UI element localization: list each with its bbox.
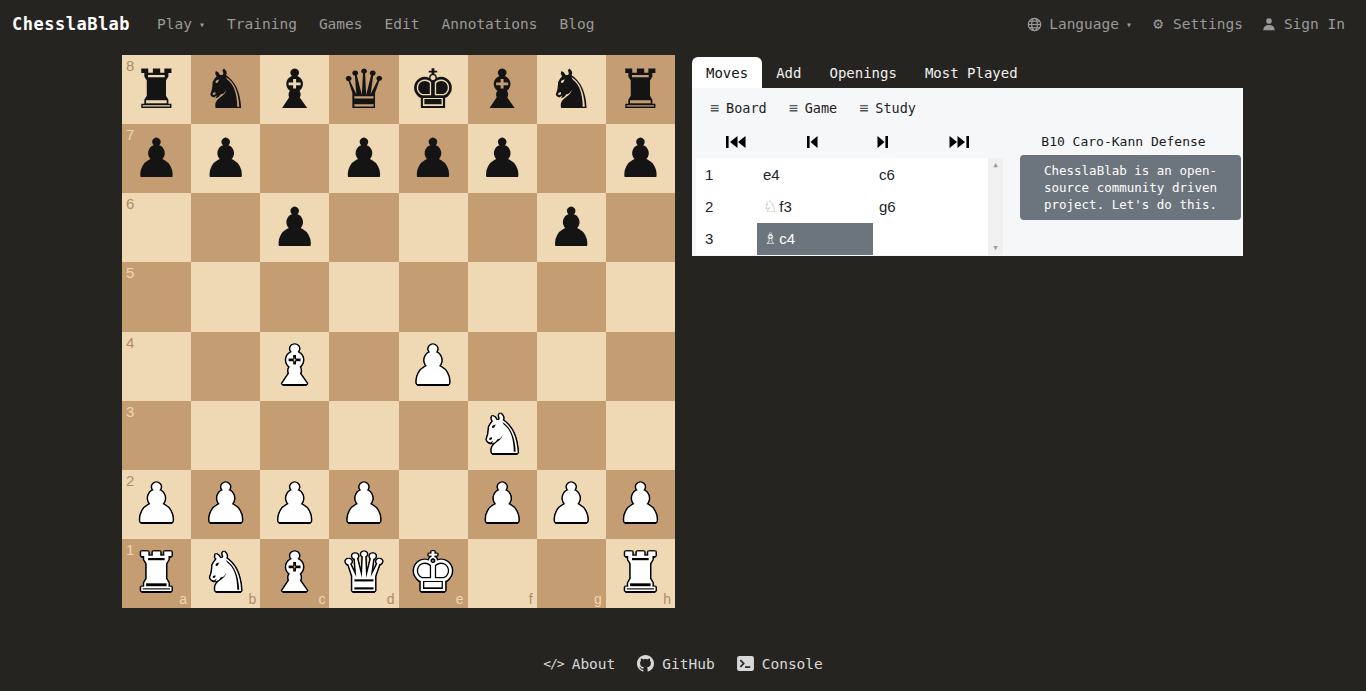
move-number: 1 — [696, 158, 757, 190]
panel-menus: ≡ Board ≡ Game ≡ Study — [710, 100, 916, 116]
square-d5[interactable] — [329, 262, 398, 331]
square-a8[interactable]: 8♜ — [122, 55, 191, 124]
piece-bB-f8[interactable]: ♝ — [468, 55, 537, 124]
moves-panel: ≡ Board ≡ Game ≡ Study 1e4c62♘f3g63♗c4 ▲… — [692, 88, 1243, 256]
piece-bP-g6[interactable]: ♟ — [537, 193, 606, 262]
square-h4[interactable] — [606, 332, 675, 401]
study-menu-label: Study — [875, 100, 916, 116]
square-b6[interactable] — [191, 193, 260, 262]
square-c1[interactable]: c♝ — [260, 539, 329, 608]
move-row-1: 1e4c6 — [696, 158, 988, 190]
piece-letter-icon: ♗ — [763, 229, 777, 248]
square-h7[interactable]: ♟ — [606, 124, 675, 193]
piece-wK-e1[interactable]: ♚ — [399, 539, 468, 608]
tab-moves[interactable]: Moves — [692, 57, 762, 88]
info-tooltip-text: ChesslaBlab is an open-source community … — [1030, 162, 1231, 213]
sign-in-label: Sign In — [1284, 16, 1345, 32]
language-label: Language — [1049, 16, 1119, 32]
square-f7[interactable]: ♟ — [468, 124, 537, 193]
github-label: GitHub — [662, 656, 714, 672]
square-f8[interactable]: ♝ — [468, 55, 537, 124]
nav-item-annotations-label: Annotations — [441, 16, 537, 32]
github-icon — [637, 655, 654, 672]
settings-button[interactable]: ⚙ Settings — [1141, 16, 1252, 32]
console-icon — [737, 656, 754, 671]
square-a4[interactable]: 4 — [122, 332, 191, 401]
console-link[interactable]: Console — [737, 656, 823, 672]
square-h3[interactable] — [606, 401, 675, 470]
scroll-up-icon[interactable]: ▲ — [993, 158, 997, 172]
piece-bP-f7[interactable]: ♟ — [468, 124, 537, 193]
black-move-1[interactable]: c6 — [873, 158, 988, 190]
square-d7[interactable]: ♟ — [329, 124, 398, 193]
nav-menu: Play ▾ Training Games Edit Annotations B… — [146, 16, 605, 32]
square-e6[interactable] — [399, 193, 468, 262]
piece-bN-g8[interactable]: ♞ — [537, 55, 606, 124]
white-move-3[interactable]: ♗c4 — [757, 223, 873, 255]
scroll-down-icon[interactable]: ▼ — [993, 241, 997, 255]
square-b4[interactable] — [191, 332, 260, 401]
hamburger-icon: ≡ — [789, 101, 798, 116]
square-b1[interactable]: b♞ — [191, 539, 260, 608]
navbar: ChesslaBlab Play ▾ Training Games Edit A… — [0, 0, 1366, 48]
square-a7[interactable]: 7♟ — [122, 124, 191, 193]
info-tooltip: ChesslaBlab is an open-source community … — [1020, 155, 1241, 220]
piece-wB-c4[interactable]: ♝ — [260, 332, 329, 401]
square-b8[interactable]: ♞ — [191, 55, 260, 124]
nav-item-games-label: Games — [319, 16, 363, 32]
square-g3[interactable] — [537, 401, 606, 470]
piece-wP-c2[interactable]: ♟ — [260, 470, 329, 539]
square-f5[interactable] — [468, 262, 537, 331]
gear-icon: ⚙ — [1150, 16, 1166, 32]
piece-bQ-d8[interactable]: ♛ — [329, 55, 398, 124]
square-d4[interactable] — [329, 332, 398, 401]
square-c8[interactable]: ♝ — [260, 55, 329, 124]
nav-item-blog[interactable]: Blog — [549, 16, 606, 32]
move-number: 3 — [696, 223, 757, 255]
piece-wP-a2[interactable]: ♟ — [122, 470, 191, 539]
square-b3[interactable] — [191, 401, 260, 470]
square-g7[interactable] — [537, 124, 606, 193]
rank-label-6: 6 — [126, 195, 134, 212]
white-move-text: c4 — [779, 230, 795, 247]
game-menu-label: Game — [805, 100, 838, 116]
language-menu[interactable]: Language ▾ — [1017, 16, 1141, 32]
square-g4[interactable] — [537, 332, 606, 401]
piece-wB-c1[interactable]: ♝ — [260, 539, 329, 608]
square-f6[interactable] — [468, 193, 537, 262]
previous-move-button[interactable] — [802, 132, 822, 152]
tab-most-played-label: Most Played — [925, 65, 1018, 81]
skip-to-end-icon — [947, 134, 971, 150]
file-label-f: f — [529, 591, 533, 607]
file-label-g: g — [594, 591, 602, 607]
piece-bP-a7[interactable]: ♟ — [122, 124, 191, 193]
square-d8[interactable]: ♛ — [329, 55, 398, 124]
board-menu-label: Board — [726, 100, 767, 116]
about-label: About — [572, 656, 616, 672]
move-navigation — [696, 132, 999, 152]
square-b7[interactable]: ♟ — [191, 124, 260, 193]
github-link[interactable]: GitHub — [637, 655, 714, 672]
move-list: 1e4c62♘f3g63♗c4 ▲ ▼ — [696, 158, 1003, 255]
about-link[interactable]: </> About — [543, 656, 615, 672]
black-move-2[interactable]: g6 — [873, 190, 988, 222]
chevron-down-icon: ▾ — [199, 19, 205, 30]
chevron-down-icon: ▾ — [1126, 19, 1132, 30]
chess-board: 8♜♞♝♛♚♝♞♜7♟♟♟♟♟♟6♟♟54♝♟3♞2♟♟♟♟♟♟♟1a♜b♞c♝… — [122, 55, 675, 608]
piece-wQ-d1[interactable]: ♛ — [329, 539, 398, 608]
piece-bP-e7[interactable]: ♟ — [399, 124, 468, 193]
footer: </> About GitHub Console — [0, 655, 1366, 672]
white-move-text: f3 — [779, 198, 792, 215]
piece-wP-d2[interactable]: ♟ — [329, 470, 398, 539]
move-row-2: 2♘f3g6 — [696, 190, 988, 222]
tab-most-played[interactable]: Most Played — [911, 57, 1032, 88]
nav-item-training[interactable]: Training — [216, 16, 308, 32]
nav-item-play[interactable]: Play ▾ — [146, 16, 216, 32]
piece-wP-f2[interactable]: ♟ — [468, 470, 537, 539]
nav-item-games[interactable]: Games — [308, 16, 374, 32]
square-c7[interactable] — [260, 124, 329, 193]
square-h5[interactable] — [606, 262, 675, 331]
piece-bR-a8[interactable]: ♜ — [122, 55, 191, 124]
piece-bP-h7[interactable]: ♟ — [606, 124, 675, 193]
rank-label-5: 5 — [126, 264, 134, 281]
square-f1[interactable]: f — [468, 539, 537, 608]
square-c2[interactable]: ♟ — [260, 470, 329, 539]
move-list-scrollbar[interactable]: ▲ ▼ — [988, 158, 1003, 255]
white-move-text: e4 — [763, 166, 780, 183]
piece-wN-f3[interactable]: ♞ — [468, 401, 537, 470]
square-b2[interactable]: ♟ — [191, 470, 260, 539]
white-move-1[interactable]: e4 — [757, 158, 873, 190]
sign-in-button[interactable]: Sign In — [1252, 16, 1354, 32]
square-a3[interactable]: 3 — [122, 401, 191, 470]
panel-tabbar: Moves Add Openings Most Played — [692, 57, 1032, 88]
square-d1[interactable]: d♛ — [329, 539, 398, 608]
piece-bR-h8[interactable]: ♜ — [606, 55, 675, 124]
study-menu-button[interactable]: ≡ Study — [859, 100, 916, 116]
nav-item-play-label: Play — [157, 16, 192, 32]
square-h2[interactable]: ♟ — [606, 470, 675, 539]
square-h1[interactable]: h♜ — [606, 539, 675, 608]
piece-wN-b1[interactable]: ♞ — [191, 539, 260, 608]
piece-bK-e8[interactable]: ♚ — [399, 55, 468, 124]
square-g6[interactable]: ♟ — [537, 193, 606, 262]
square-c3[interactable] — [260, 401, 329, 470]
hamburger-icon: ≡ — [859, 101, 868, 116]
square-e5[interactable] — [399, 262, 468, 331]
square-a6[interactable]: 6 — [122, 193, 191, 262]
square-d6[interactable] — [329, 193, 398, 262]
move-number: 2 — [696, 190, 757, 222]
square-c6[interactable]: ♟ — [260, 193, 329, 262]
square-d2[interactable]: ♟ — [329, 470, 398, 539]
piece-letter-icon: ♘ — [763, 197, 777, 216]
piece-bP-d7[interactable]: ♟ — [329, 124, 398, 193]
nav-item-training-label: Training — [227, 16, 297, 32]
square-g8[interactable]: ♞ — [537, 55, 606, 124]
code-icon: </> — [543, 656, 563, 671]
piece-wP-h2[interactable]: ♟ — [606, 470, 675, 539]
square-f4[interactable] — [468, 332, 537, 401]
piece-wP-b2[interactable]: ♟ — [191, 470, 260, 539]
rank-label-3: 3 — [126, 403, 134, 420]
square-e1[interactable]: e♚ — [399, 539, 468, 608]
square-f3[interactable]: ♞ — [468, 401, 537, 470]
piece-wR-a1[interactable]: ♜ — [122, 539, 191, 608]
square-g5[interactable] — [537, 262, 606, 331]
square-h8[interactable]: ♜ — [606, 55, 675, 124]
square-b5[interactable] — [191, 262, 260, 331]
square-a5[interactable]: 5 — [122, 262, 191, 331]
previous-move-icon — [804, 134, 820, 150]
square-e8[interactable]: ♚ — [399, 55, 468, 124]
square-h6[interactable] — [606, 193, 675, 262]
piece-bP-b7[interactable]: ♟ — [191, 124, 260, 193]
square-d3[interactable] — [329, 401, 398, 470]
square-e7[interactable]: ♟ — [399, 124, 468, 193]
tab-add-label: Add — [776, 65, 801, 81]
square-e3[interactable] — [399, 401, 468, 470]
nav-right: Language ▾ ⚙ Settings Sign In — [1017, 16, 1354, 32]
next-move-icon — [875, 134, 891, 150]
opening-name: B10 Caro-Kann Defense — [1004, 134, 1243, 149]
tab-openings[interactable]: Openings — [815, 57, 910, 88]
square-a1[interactable]: 1a♜ — [122, 539, 191, 608]
move-row-3: 3♗c4 — [696, 223, 988, 255]
rank-label-4: 4 — [126, 334, 134, 351]
square-e2[interactable] — [399, 470, 468, 539]
white-move-2[interactable]: ♘f3 — [757, 190, 873, 222]
square-f2[interactable]: ♟ — [468, 470, 537, 539]
move-rows: 1e4c62♘f3g63♗c4 — [696, 158, 988, 255]
settings-label: Settings — [1173, 16, 1243, 32]
tab-add[interactable]: Add — [762, 57, 815, 88]
square-e4[interactable]: ♟ — [399, 332, 468, 401]
nav-item-edit-label: Edit — [385, 16, 420, 32]
game-menu-button[interactable]: ≡ Game — [789, 100, 838, 116]
go-to-end-button[interactable] — [945, 132, 973, 152]
nav-item-blog-label: Blog — [560, 16, 595, 32]
black-move-3[interactable] — [873, 223, 988, 255]
piece-wP-e4[interactable]: ♟ — [399, 332, 468, 401]
piece-wP-g2[interactable]: ♟ — [537, 470, 606, 539]
square-g1[interactable]: g — [537, 539, 606, 608]
console-label: Console — [762, 656, 823, 672]
nav-item-edit[interactable]: Edit — [374, 16, 431, 32]
tab-moves-label: Moves — [706, 65, 748, 81]
piece-bN-b8[interactable]: ♞ — [191, 55, 260, 124]
brand-logo[interactable]: ChesslaBlab — [12, 14, 130, 34]
person-icon — [1261, 16, 1277, 32]
tab-openings-label: Openings — [829, 65, 896, 81]
hamburger-icon: ≡ — [710, 101, 719, 116]
next-move-button[interactable] — [873, 132, 893, 152]
piece-bB-c8[interactable]: ♝ — [260, 55, 329, 124]
piece-bP-c6[interactable]: ♟ — [260, 193, 329, 262]
globe-icon — [1026, 16, 1042, 32]
square-c4[interactable]: ♝ — [260, 332, 329, 401]
nav-item-annotations[interactable]: Annotations — [430, 16, 548, 32]
square-g2[interactable]: ♟ — [537, 470, 606, 539]
board-menu-button[interactable]: ≡ Board — [710, 100, 767, 116]
piece-wR-h1[interactable]: ♜ — [606, 539, 675, 608]
go-to-start-button[interactable] — [722, 132, 750, 152]
square-c5[interactable] — [260, 262, 329, 331]
skip-to-start-icon — [724, 134, 748, 150]
square-a2[interactable]: 2♟ — [122, 470, 191, 539]
